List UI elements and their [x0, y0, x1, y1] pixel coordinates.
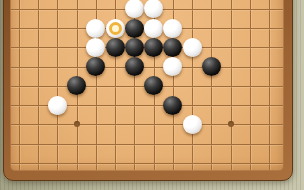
white-stone [183, 115, 202, 134]
last-move-white-stone [106, 19, 125, 38]
white-stone [125, 0, 144, 18]
black-stone [144, 38, 163, 57]
white-stone [144, 0, 163, 18]
black-stone [163, 96, 182, 115]
black-stone [106, 38, 125, 57]
game-screenshot [0, 0, 304, 190]
black-stone [202, 57, 221, 76]
white-stone [183, 38, 202, 57]
grid-horizontal-line [11, 124, 283, 125]
white-stone [144, 19, 163, 38]
grid-horizontal-line [11, 144, 283, 145]
black-stone [125, 38, 144, 57]
white-stone [163, 19, 182, 38]
white-stone [48, 96, 67, 115]
black-stone [67, 76, 86, 95]
black-stone [125, 19, 144, 38]
grid-horizontal-line [11, 163, 283, 164]
black-stone [144, 76, 163, 95]
black-stone [86, 57, 105, 76]
white-stone [86, 38, 105, 57]
grid-horizontal-line [11, 67, 283, 68]
gomoku-board [3, 0, 293, 181]
black-stone [125, 57, 144, 76]
star-point [74, 121, 80, 127]
last-move-marker-ring [109, 22, 122, 35]
white-stone [163, 57, 182, 76]
white-stone [86, 19, 105, 38]
black-stone [163, 38, 182, 57]
star-point [228, 121, 234, 127]
board-surface[interactable] [10, 0, 284, 171]
